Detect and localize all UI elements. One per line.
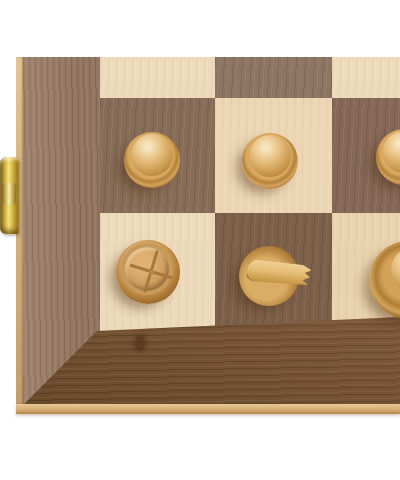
board-outer-edge-strip bbox=[16, 404, 400, 414]
square-r1c2-dark bbox=[215, 57, 332, 98]
pawn-ball bbox=[249, 135, 291, 177]
square-r1c3-light bbox=[332, 57, 400, 98]
brass-clasp-icon bbox=[0, 157, 19, 234]
square-r1c1-light bbox=[100, 57, 215, 98]
pawn-ball bbox=[383, 131, 400, 173]
pawn-ball bbox=[131, 134, 173, 176]
bishop-ball bbox=[391, 247, 400, 293]
rook-crenellation bbox=[121, 243, 173, 295]
chessboard-corner-photo bbox=[0, 0, 400, 480]
